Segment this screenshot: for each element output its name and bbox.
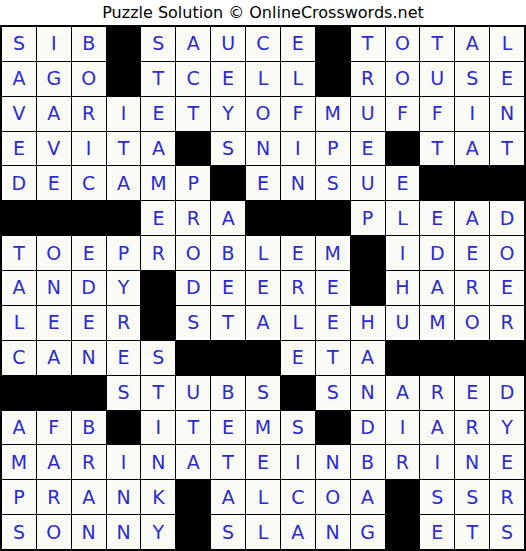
cell-r12c11: D [351,411,385,445]
cell-r10c2: A [37,341,71,375]
cell-r1c2: I [37,27,71,61]
cell-r12c8: M [246,411,280,445]
cell-r13c5: N [141,445,175,479]
cell-r13c13: I [420,445,454,479]
cell-r5c2: E [37,166,71,200]
cell-r3c9: F [281,97,315,131]
cell-r2c9: L [281,62,315,96]
cell-r4c8: N [246,132,280,166]
cell-r4c10: P [316,132,350,166]
cell-r11c4: S [107,376,141,410]
cell-r15c14: T [455,515,489,549]
cell-r13c10: N [316,445,350,479]
cell-r5c12: E [386,166,420,200]
black-cell-r10c8 [246,341,280,375]
cell-r8c2: N [37,271,71,305]
cell-r8c7: E [211,271,245,305]
cell-r5c10: S [316,166,350,200]
cell-r7c12: I [386,236,420,270]
cell-r14c15: R [490,480,524,514]
cell-r4c2: V [37,132,71,166]
cell-r3c12: F [386,97,420,131]
cell-r3c14: I [455,97,489,131]
cell-r12c13: A [420,411,454,445]
cell-r13c7: T [211,445,245,479]
cell-r9c9: L [281,306,315,340]
cell-r13c3: R [72,445,106,479]
cell-r14c10: O [316,480,350,514]
black-cell-r1c4 [107,27,141,61]
cell-r6c15: D [490,201,524,235]
black-cell-r4c6 [176,132,210,166]
cell-r12c6: T [176,411,210,445]
cell-r1c14: A [455,27,489,61]
cell-r10c1: C [2,341,36,375]
cell-r14c1: P [2,480,36,514]
black-cell-r14c12 [386,480,420,514]
cell-r15c11: G [351,515,385,549]
cell-r11c12: A [386,376,420,410]
black-cell-r6c8 [246,201,280,235]
cell-r13c12: R [386,445,420,479]
cell-r1c6: A [176,27,210,61]
cell-r6c13: E [420,201,454,235]
cell-r12c15: Y [490,411,524,445]
cell-r11c11: N [351,376,385,410]
cell-r7c10: M [316,236,350,270]
cell-r13c6: A [176,445,210,479]
cell-r15c5: Y [141,515,175,549]
cell-r9c14: O [455,306,489,340]
cell-r1c15: L [490,27,524,61]
cell-r7c9: E [281,236,315,270]
cell-r11c13: R [420,376,454,410]
cell-r11c5: T [141,376,175,410]
cell-r9c15: R [490,306,524,340]
cell-r3c13: F [420,97,454,131]
title-bar: Puzzle Solution © OnlineCrosswords.net [0,0,526,25]
black-cell-r11c2 [37,376,71,410]
cell-r7c13: D [420,236,454,270]
black-cell-r10c7 [211,341,245,375]
cell-r11c7: B [211,376,245,410]
cell-r8c9: R [281,271,315,305]
cell-r6c6: R [176,201,210,235]
cell-r10c5: S [141,341,175,375]
cell-r5c4: A [107,166,141,200]
cell-r4c11: E [351,132,385,166]
cell-r6c14: A [455,201,489,235]
black-cell-r2c10 [316,62,350,96]
black-cell-r9c5 [141,306,175,340]
cell-r2c7: E [211,62,245,96]
cell-r8c8: E [246,271,280,305]
cell-r14c4: N [107,480,141,514]
cell-r9c11: H [351,306,385,340]
cell-r14c8: L [246,480,280,514]
cell-r14c7: A [211,480,245,514]
cell-r8c15: E [490,271,524,305]
cell-r4c15: T [490,132,524,166]
cell-r14c2: R [37,480,71,514]
cell-r7c15: O [490,236,524,270]
black-cell-r12c4 [107,411,141,445]
cell-r9c13: M [420,306,454,340]
cell-r1c7: U [211,27,245,61]
cell-r1c11: T [351,27,385,61]
cell-r12c9: S [281,411,315,445]
cell-r1c12: O [386,27,420,61]
cell-r15c1: S [2,515,36,549]
cell-r15c8: L [246,515,280,549]
cell-r5c1: D [2,166,36,200]
cell-r4c9: I [281,132,315,166]
cell-r4c3: I [72,132,106,166]
cell-r2c11: R [351,62,385,96]
black-cell-r5c7 [211,166,245,200]
cell-r7c5: R [141,236,175,270]
black-cell-r10c13 [420,341,454,375]
cell-r13c15: E [490,445,524,479]
cell-r13c4: I [107,445,141,479]
cell-r9c12: U [386,306,420,340]
cell-r3c1: V [2,97,36,131]
cell-r7c1: T [2,236,36,270]
cell-r8c3: D [72,271,106,305]
cell-r5c9: N [281,166,315,200]
cell-r9c2: E [37,306,71,340]
cell-r10c3: N [72,341,106,375]
black-cell-r11c1 [2,376,36,410]
cell-r8c4: Y [107,271,141,305]
cell-r14c13: S [420,480,454,514]
cell-r14c5: K [141,480,175,514]
cell-r13c2: A [37,445,71,479]
cell-r9c3: E [72,306,106,340]
black-cell-r11c9 [281,376,315,410]
black-cell-r2c4 [107,62,141,96]
cell-r7c8: L [246,236,280,270]
cell-r8c13: A [420,271,454,305]
cell-r2c3: O [72,62,106,96]
crossword-grid: SIBSAUCETOTALAGOTCELLROUSEVARIETYOFMUFFI… [0,25,526,551]
cell-r12c14: R [455,411,489,445]
black-cell-r6c2 [37,201,71,235]
cell-r14c14: S [455,480,489,514]
cell-r3c15: N [490,97,524,131]
black-cell-r7c11 [351,236,385,270]
cell-r15c15: S [490,515,524,549]
cell-r13c8: E [246,445,280,479]
cell-r3c7: Y [211,97,245,131]
cell-r14c3: A [72,480,106,514]
cell-r12c5: I [141,411,175,445]
cell-r5c3: C [72,166,106,200]
cell-r7c4: P [107,236,141,270]
black-cell-r6c1 [2,201,36,235]
cell-r15c2: O [37,515,71,549]
cell-r15c9: A [281,515,315,549]
black-cell-r6c4 [107,201,141,235]
cell-r2c2: G [37,62,71,96]
cell-r7c6: O [176,236,210,270]
black-cell-r15c6 [176,515,210,549]
cell-r7c14: E [455,236,489,270]
cell-r1c9: E [281,27,315,61]
black-cell-r10c12 [386,341,420,375]
cell-r1c3: B [72,27,106,61]
cell-r4c13: T [420,132,454,166]
cell-r15c4: N [107,515,141,549]
cell-r5c5: M [141,166,175,200]
cell-r4c7: S [211,132,245,166]
cell-r15c7: S [211,515,245,549]
cell-r15c13: E [420,515,454,549]
cell-r9c4: R [107,306,141,340]
page-title: Puzzle Solution © OnlineCrosswords.net [102,3,424,22]
cell-r3c3: R [72,97,106,131]
cell-r9c7: T [211,306,245,340]
black-cell-r10c15 [490,341,524,375]
cell-r2c5: T [141,62,175,96]
cell-r11c10: S [316,376,350,410]
cell-r6c7: A [211,201,245,235]
cell-r2c12: O [386,62,420,96]
cell-r2c6: C [176,62,210,96]
cell-r11c15: D [490,376,524,410]
black-cell-r6c10 [316,201,350,235]
cell-r4c14: A [455,132,489,166]
cell-r11c14: E [455,376,489,410]
cell-r3c6: T [176,97,210,131]
cell-r1c13: T [420,27,454,61]
cell-r10c4: E [107,341,141,375]
cell-r12c2: F [37,411,71,445]
cell-r13c1: M [2,445,36,479]
cell-r5c11: U [351,166,385,200]
cell-r7c3: E [72,236,106,270]
cell-r4c5: A [141,132,175,166]
cell-r13c14: N [455,445,489,479]
cell-r2c8: L [246,62,280,96]
cell-r6c5: E [141,201,175,235]
black-cell-r8c11 [351,271,385,305]
cell-r3c5: E [141,97,175,131]
cell-r8c14: R [455,271,489,305]
cell-r12c1: A [2,411,36,445]
black-cell-r8c5 [141,271,175,305]
black-cell-r5c14 [455,166,489,200]
black-cell-r10c6 [176,341,210,375]
black-cell-r15c12 [386,515,420,549]
cell-r11c8: S [246,376,280,410]
cell-r5c6: P [176,166,210,200]
cell-r3c11: U [351,97,385,131]
cell-r9c10: E [316,306,350,340]
cell-r1c5: S [141,27,175,61]
cell-r12c3: B [72,411,106,445]
black-cell-r14c6 [176,480,210,514]
cell-r14c11: A [351,480,385,514]
black-cell-r5c13 [420,166,454,200]
cell-r6c12: L [386,201,420,235]
cell-r9c6: S [176,306,210,340]
cell-r5c8: E [246,166,280,200]
cell-r14c9: C [281,480,315,514]
black-cell-r4c12 [386,132,420,166]
cell-r3c8: O [246,97,280,131]
black-cell-r1c10 [316,27,350,61]
cell-r4c4: T [107,132,141,166]
black-cell-r6c3 [72,201,106,235]
cell-r2c14: S [455,62,489,96]
cell-r1c1: S [2,27,36,61]
cell-r9c8: A [246,306,280,340]
cell-r11c6: U [176,376,210,410]
black-cell-r5c15 [490,166,524,200]
cell-r10c9: E [281,341,315,375]
cell-r8c1: A [2,271,36,305]
cell-r9c1: L [2,306,36,340]
cell-r3c4: I [107,97,141,131]
cell-r2c15: E [490,62,524,96]
black-cell-r12c10 [316,411,350,445]
cell-r7c7: B [211,236,245,270]
black-cell-r11c3 [72,376,106,410]
cell-r7c2: O [37,236,71,270]
cell-r6c11: P [351,201,385,235]
cell-r1c8: C [246,27,280,61]
cell-r4c1: E [2,132,36,166]
cell-r8c12: H [386,271,420,305]
black-cell-r10c14 [455,341,489,375]
cell-r13c11: B [351,445,385,479]
cell-r15c3: N [72,515,106,549]
cell-r8c6: D [176,271,210,305]
cell-r8c10: E [316,271,350,305]
cell-r10c11: A [351,341,385,375]
cell-r10c10: T [316,341,350,375]
black-cell-r6c9 [281,201,315,235]
cell-r3c10: M [316,97,350,131]
cell-r3c2: A [37,97,71,131]
cell-r2c1: A [2,62,36,96]
cell-r12c7: E [211,411,245,445]
cell-r13c9: I [281,445,315,479]
cell-r15c10: N [316,515,350,549]
cell-r12c12: I [386,411,420,445]
cell-r2c13: U [420,62,454,96]
